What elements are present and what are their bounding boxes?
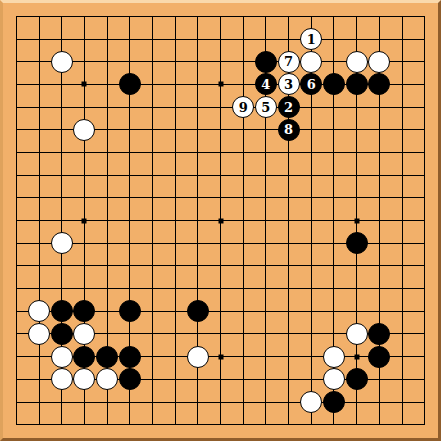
intersection: 4 — [255, 73, 278, 96]
star-point — [354, 354, 359, 359]
intersection — [28, 118, 51, 141]
intersection — [73, 300, 96, 323]
intersection — [28, 50, 51, 73]
intersection — [277, 277, 300, 300]
intersection — [28, 73, 51, 96]
intersection — [164, 277, 187, 300]
intersection: 7 — [277, 50, 300, 73]
intersection — [209, 255, 232, 278]
intersection — [323, 232, 346, 255]
intersection — [368, 118, 391, 141]
intersection — [345, 186, 368, 209]
intersection — [73, 368, 96, 391]
intersection — [96, 413, 119, 436]
intersection — [323, 73, 346, 96]
intersection — [186, 209, 209, 232]
intersection — [209, 186, 232, 209]
intersection — [255, 209, 278, 232]
intersection — [118, 232, 141, 255]
star-point — [218, 354, 223, 359]
intersection — [323, 50, 346, 73]
intersection — [300, 118, 323, 141]
intersection — [209, 73, 232, 96]
black-stone — [368, 323, 390, 345]
intersection — [164, 413, 187, 436]
intersection — [186, 141, 209, 164]
star-point — [218, 82, 223, 87]
intersection — [73, 164, 96, 187]
black-stone — [346, 73, 368, 95]
black-stone: 8 — [278, 119, 300, 141]
intersection — [413, 28, 436, 51]
intersection — [118, 186, 141, 209]
intersection — [391, 413, 414, 436]
intersection — [232, 141, 255, 164]
intersection — [277, 391, 300, 414]
intersection — [96, 300, 119, 323]
intersection — [5, 5, 28, 28]
intersection — [391, 118, 414, 141]
intersection — [255, 50, 278, 73]
intersection — [209, 413, 232, 436]
intersection — [96, 186, 119, 209]
intersection — [413, 277, 436, 300]
intersection — [209, 323, 232, 346]
intersection — [28, 209, 51, 232]
intersection — [368, 209, 391, 232]
intersection — [50, 323, 73, 346]
intersection — [345, 28, 368, 51]
intersection — [50, 413, 73, 436]
intersection — [164, 255, 187, 278]
intersection — [141, 50, 164, 73]
intersection — [5, 232, 28, 255]
intersection — [232, 164, 255, 187]
intersection — [28, 28, 51, 51]
intersection — [232, 209, 255, 232]
intersection — [164, 50, 187, 73]
intersection — [118, 5, 141, 28]
intersection — [96, 141, 119, 164]
move-number: 2 — [284, 101, 293, 114]
intersection — [5, 141, 28, 164]
intersection — [5, 50, 28, 73]
intersection — [345, 141, 368, 164]
intersection — [141, 345, 164, 368]
white-stone — [96, 368, 118, 390]
move-number: 9 — [239, 101, 248, 114]
intersection — [96, 118, 119, 141]
white-stone — [323, 368, 345, 390]
intersection — [186, 391, 209, 414]
intersection — [391, 300, 414, 323]
intersection — [73, 277, 96, 300]
intersection — [50, 118, 73, 141]
intersection — [118, 323, 141, 346]
intersection — [391, 164, 414, 187]
intersection — [232, 255, 255, 278]
black-stone — [51, 323, 73, 345]
intersection — [300, 164, 323, 187]
intersection — [232, 345, 255, 368]
intersection — [50, 255, 73, 278]
intersection — [118, 73, 141, 96]
intersection — [413, 323, 436, 346]
intersection — [277, 345, 300, 368]
go-grid: 174369528 — [5, 5, 436, 436]
intersection — [141, 391, 164, 414]
white-stone — [300, 391, 322, 413]
intersection — [28, 141, 51, 164]
intersection — [255, 368, 278, 391]
intersection — [5, 345, 28, 368]
intersection — [209, 96, 232, 119]
white-stone — [73, 368, 95, 390]
intersection — [277, 255, 300, 278]
intersection — [50, 96, 73, 119]
intersection — [118, 50, 141, 73]
intersection — [5, 186, 28, 209]
intersection — [323, 118, 346, 141]
intersection — [141, 28, 164, 51]
intersection — [391, 73, 414, 96]
intersection — [96, 164, 119, 187]
intersection — [323, 209, 346, 232]
intersection — [232, 73, 255, 96]
intersection — [277, 232, 300, 255]
intersection — [255, 300, 278, 323]
intersection — [28, 232, 51, 255]
intersection — [96, 391, 119, 414]
black-stone — [73, 300, 95, 322]
intersection — [164, 118, 187, 141]
intersection — [141, 255, 164, 278]
move-number: 4 — [261, 78, 270, 91]
intersection — [5, 118, 28, 141]
intersection — [300, 368, 323, 391]
intersection — [300, 5, 323, 28]
intersection — [5, 277, 28, 300]
intersection — [50, 300, 73, 323]
star-point — [82, 82, 87, 87]
intersection — [96, 28, 119, 51]
black-stone — [119, 368, 141, 390]
intersection — [413, 368, 436, 391]
intersection — [28, 186, 51, 209]
intersection — [164, 232, 187, 255]
intersection — [209, 368, 232, 391]
intersection — [28, 255, 51, 278]
black-stone — [119, 346, 141, 368]
intersection — [277, 300, 300, 323]
intersection — [255, 164, 278, 187]
intersection — [186, 323, 209, 346]
white-stone — [28, 323, 50, 345]
intersection — [255, 186, 278, 209]
intersection — [300, 186, 323, 209]
intersection — [73, 118, 96, 141]
intersection — [413, 413, 436, 436]
intersection — [232, 5, 255, 28]
intersection — [232, 232, 255, 255]
intersection — [164, 209, 187, 232]
intersection — [50, 368, 73, 391]
intersection — [73, 255, 96, 278]
white-stone — [28, 300, 50, 322]
intersection — [5, 323, 28, 346]
intersection — [164, 391, 187, 414]
intersection — [28, 277, 51, 300]
intersection — [118, 28, 141, 51]
intersection — [300, 345, 323, 368]
intersection — [96, 209, 119, 232]
intersection — [186, 368, 209, 391]
intersection — [391, 323, 414, 346]
move-number: 3 — [284, 78, 293, 91]
intersection — [368, 345, 391, 368]
intersection — [368, 50, 391, 73]
intersection — [345, 391, 368, 414]
intersection — [50, 277, 73, 300]
intersection — [232, 186, 255, 209]
intersection — [186, 345, 209, 368]
intersection — [255, 323, 278, 346]
intersection — [96, 50, 119, 73]
intersection — [209, 232, 232, 255]
intersection — [186, 118, 209, 141]
intersection — [300, 141, 323, 164]
intersection — [413, 141, 436, 164]
intersection — [164, 300, 187, 323]
black-stone — [73, 346, 95, 368]
intersection — [209, 164, 232, 187]
intersection — [345, 323, 368, 346]
intersection — [5, 28, 28, 51]
intersection — [391, 345, 414, 368]
intersection — [186, 5, 209, 28]
intersection — [209, 345, 232, 368]
intersection — [300, 96, 323, 119]
intersection — [255, 391, 278, 414]
black-stone — [323, 73, 345, 95]
white-stone — [51, 368, 73, 390]
intersection — [141, 5, 164, 28]
black-stone — [368, 346, 390, 368]
intersection — [255, 141, 278, 164]
intersection — [300, 300, 323, 323]
intersection — [413, 73, 436, 96]
intersection — [186, 96, 209, 119]
intersection — [277, 5, 300, 28]
intersection — [368, 73, 391, 96]
intersection — [28, 5, 51, 28]
intersection — [5, 96, 28, 119]
intersection — [5, 300, 28, 323]
intersection — [164, 164, 187, 187]
intersection — [118, 277, 141, 300]
intersection — [391, 5, 414, 28]
intersection — [345, 345, 368, 368]
intersection — [141, 73, 164, 96]
intersection — [141, 164, 164, 187]
intersection — [96, 96, 119, 119]
intersection — [300, 50, 323, 73]
intersection — [391, 28, 414, 51]
intersection — [300, 209, 323, 232]
intersection — [323, 413, 346, 436]
intersection — [255, 28, 278, 51]
intersection — [118, 118, 141, 141]
intersection — [186, 28, 209, 51]
intersection — [368, 28, 391, 51]
intersection — [323, 277, 346, 300]
intersection — [141, 277, 164, 300]
intersection — [368, 255, 391, 278]
intersection — [73, 232, 96, 255]
intersection — [186, 413, 209, 436]
intersection — [5, 209, 28, 232]
intersection — [413, 391, 436, 414]
intersection — [209, 209, 232, 232]
intersection — [50, 5, 73, 28]
intersection — [413, 96, 436, 119]
intersection — [345, 50, 368, 73]
intersection — [164, 186, 187, 209]
intersection — [73, 323, 96, 346]
intersection — [323, 28, 346, 51]
intersection — [28, 323, 51, 346]
intersection — [368, 323, 391, 346]
intersection — [391, 96, 414, 119]
intersection — [73, 413, 96, 436]
white-stone — [73, 119, 95, 141]
intersection — [96, 345, 119, 368]
intersection — [391, 391, 414, 414]
intersection — [5, 368, 28, 391]
white-stone — [187, 346, 209, 368]
intersection — [255, 255, 278, 278]
intersection — [255, 345, 278, 368]
intersection — [96, 232, 119, 255]
white-stone — [51, 51, 73, 73]
black-stone: 4 — [255, 73, 277, 95]
intersection — [345, 209, 368, 232]
intersection — [391, 141, 414, 164]
intersection — [300, 413, 323, 436]
intersection — [186, 255, 209, 278]
black-stone — [255, 51, 277, 73]
intersection — [73, 50, 96, 73]
intersection — [5, 255, 28, 278]
intersection — [277, 186, 300, 209]
intersection — [73, 209, 96, 232]
white-stone: 5 — [255, 96, 277, 118]
star-point — [218, 218, 223, 223]
intersection — [118, 255, 141, 278]
intersection — [277, 413, 300, 436]
intersection — [391, 209, 414, 232]
intersection — [96, 255, 119, 278]
intersection — [28, 368, 51, 391]
intersection — [345, 232, 368, 255]
intersection — [345, 300, 368, 323]
intersection — [73, 5, 96, 28]
intersection — [118, 413, 141, 436]
intersection — [73, 73, 96, 96]
intersection — [96, 323, 119, 346]
move-number: 6 — [307, 78, 316, 91]
intersection — [323, 255, 346, 278]
intersection — [323, 96, 346, 119]
intersection — [209, 141, 232, 164]
intersection — [50, 73, 73, 96]
intersection — [300, 323, 323, 346]
intersection — [391, 277, 414, 300]
intersection — [345, 368, 368, 391]
intersection — [141, 118, 164, 141]
intersection — [368, 391, 391, 414]
intersection: 5 — [255, 96, 278, 119]
black-stone — [119, 300, 141, 322]
intersection — [345, 5, 368, 28]
white-stone — [323, 346, 345, 368]
white-stone: 1 — [300, 28, 322, 50]
intersection — [141, 300, 164, 323]
intersection — [345, 73, 368, 96]
intersection — [50, 164, 73, 187]
intersection — [232, 28, 255, 51]
intersection — [391, 50, 414, 73]
intersection — [345, 96, 368, 119]
intersection — [118, 345, 141, 368]
white-stone: 9 — [232, 96, 254, 118]
intersection — [345, 255, 368, 278]
white-stone — [51, 346, 73, 368]
intersection — [368, 300, 391, 323]
intersection — [209, 50, 232, 73]
star-point — [354, 218, 359, 223]
intersection — [186, 73, 209, 96]
intersection — [141, 368, 164, 391]
intersection — [141, 323, 164, 346]
intersection — [5, 391, 28, 414]
black-stone — [187, 300, 209, 322]
intersection — [323, 141, 346, 164]
intersection — [413, 209, 436, 232]
intersection — [323, 368, 346, 391]
intersection — [209, 118, 232, 141]
intersection — [232, 118, 255, 141]
intersection — [368, 368, 391, 391]
intersection — [345, 164, 368, 187]
intersection — [28, 96, 51, 119]
white-stone — [368, 51, 390, 73]
intersection — [368, 232, 391, 255]
intersection — [277, 141, 300, 164]
intersection — [255, 5, 278, 28]
white-stone — [51, 232, 73, 254]
intersection — [50, 28, 73, 51]
intersection — [50, 232, 73, 255]
black-stone — [51, 300, 73, 322]
intersection — [391, 232, 414, 255]
intersection — [255, 413, 278, 436]
intersection — [73, 141, 96, 164]
intersection — [391, 186, 414, 209]
intersection — [323, 164, 346, 187]
intersection: 1 — [300, 28, 323, 51]
intersection — [118, 164, 141, 187]
